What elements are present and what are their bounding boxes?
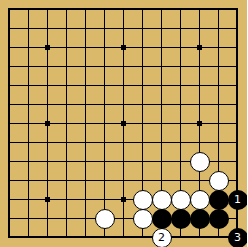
move-number-label: 2 <box>158 232 165 243</box>
black-stone <box>152 209 172 229</box>
black-stone: 1 <box>228 190 248 210</box>
move-number-label: 1 <box>234 194 241 205</box>
star-point <box>121 45 126 50</box>
black-stone <box>209 190 229 210</box>
white-stone <box>190 190 210 210</box>
black-stone <box>190 209 210 229</box>
white-stone <box>209 171 229 191</box>
black-stone <box>171 209 191 229</box>
white-stone <box>171 190 191 210</box>
star-point <box>45 197 50 202</box>
go-board: 213 <box>0 0 247 247</box>
white-stone <box>190 152 210 172</box>
star-point <box>121 121 126 126</box>
white-stone <box>133 190 153 210</box>
star-point <box>197 121 202 126</box>
black-stone: 3 <box>228 228 248 247</box>
white-stone: 2 <box>152 228 172 247</box>
move-number-label: 3 <box>234 232 241 243</box>
black-stone <box>209 209 229 229</box>
white-stone <box>152 190 172 210</box>
star-point <box>45 121 50 126</box>
star-point <box>197 45 202 50</box>
white-stone <box>133 209 153 229</box>
star-point <box>121 197 126 202</box>
star-point <box>45 45 50 50</box>
white-stone <box>95 209 115 229</box>
